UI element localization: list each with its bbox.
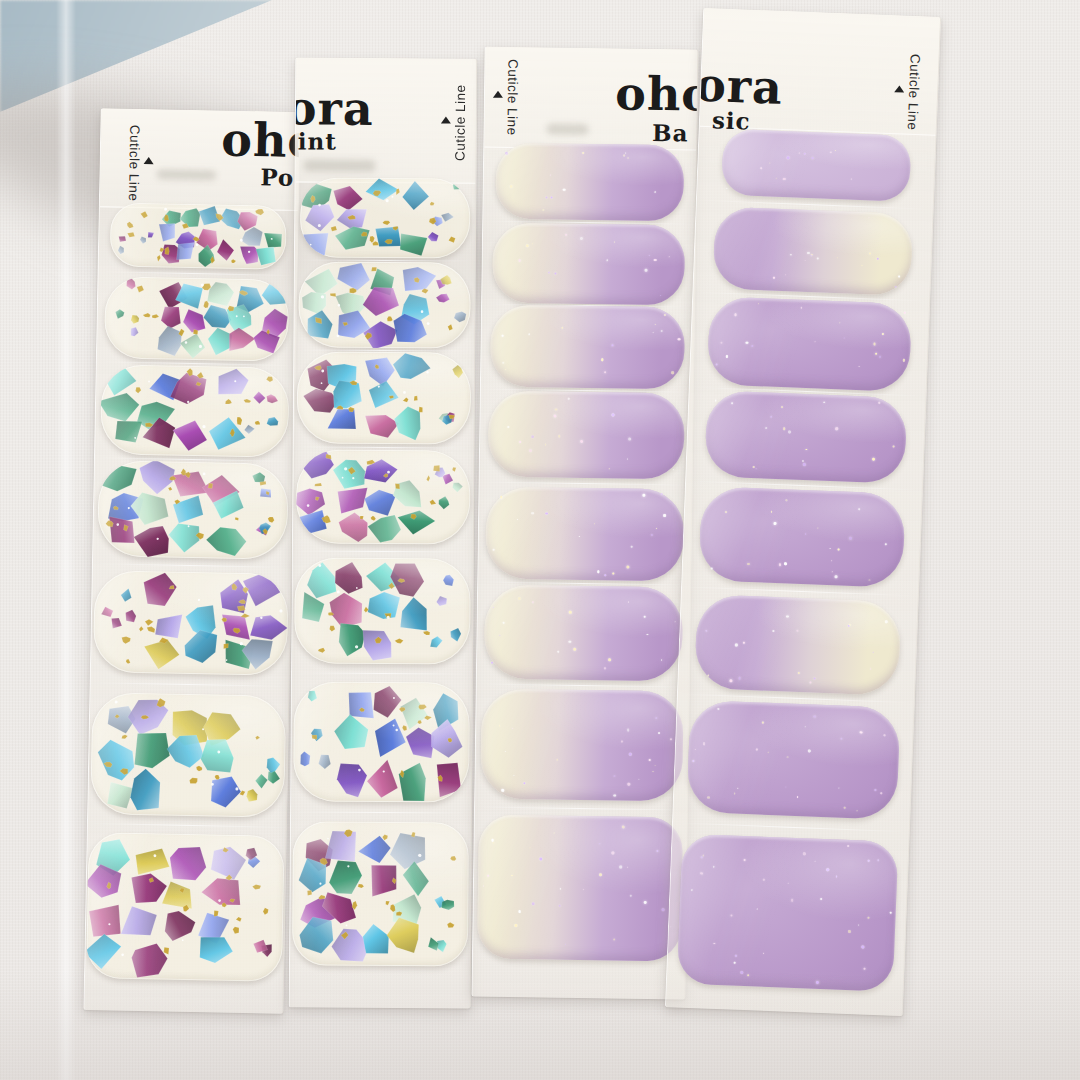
sticker-row [293, 449, 474, 544]
cuticle-line-label: Cuticle Line [905, 54, 923, 135]
cut-line [102, 271, 294, 276]
glitter-speck [836, 257, 838, 259]
glitter-speck [660, 295, 661, 296]
glitter-speck [872, 652, 874, 654]
mosaic-art [293, 681, 470, 802]
glitter-speck [824, 401, 825, 402]
glitter-speck [898, 275, 900, 277]
sticker-column [290, 177, 475, 966]
glitter-speck [540, 858, 543, 861]
sticker-row [480, 391, 693, 480]
glitter-speck [742, 641, 744, 643]
glitter-speck [518, 597, 521, 600]
glitter-speck [645, 269, 648, 272]
glitter-speck [651, 534, 653, 536]
glitter-speck [512, 728, 514, 730]
nail-sticker [104, 276, 290, 362]
glitter-speck [563, 189, 565, 191]
glitter-speck [904, 311, 906, 313]
sticker-gloss-highlight [694, 594, 901, 696]
nail-sticker [492, 223, 685, 306]
glitter-speck [870, 668, 872, 670]
glitter-speck [553, 833, 554, 834]
embossed-ghost-text [156, 169, 216, 180]
glitter-speck [492, 842, 494, 844]
glitter-speck [882, 333, 884, 335]
sticker-row [97, 276, 297, 362]
glitter-speck [607, 259, 609, 261]
glitter-speck [619, 866, 622, 869]
glitter-speck [662, 908, 665, 911]
nail-sticker [477, 815, 683, 962]
glitter-speck [797, 630, 799, 632]
sticker-row [294, 351, 475, 444]
glitter-speck [565, 234, 567, 236]
glitter-speck [787, 756, 788, 757]
glitter-speck [753, 466, 755, 468]
ohora-wordmark-fragment: oho [615, 70, 699, 117]
glitter-speck [561, 327, 562, 328]
cuticle-line-text: Cuticle Line [905, 54, 923, 131]
series-name-fragment: Po [260, 165, 294, 189]
glitter-speck [878, 402, 880, 404]
glitter-speck [594, 523, 595, 524]
glitter-speck [707, 797, 709, 799]
glitter-speck [545, 444, 546, 445]
glitter-speck [889, 912, 891, 914]
glitter-speck [716, 364, 718, 366]
nail-sticker [694, 594, 901, 696]
glitter-speck [621, 826, 624, 829]
glitter-speck [718, 707, 720, 709]
nail-strip-1: ohoPoCuticle Line [83, 108, 300, 1014]
glitter-speck [808, 750, 811, 753]
glitter-speck [725, 355, 728, 358]
nail-sticker [300, 177, 471, 258]
nail-sticker [293, 681, 470, 802]
glitter-speck [492, 839, 494, 841]
glitter-speck [531, 512, 534, 515]
nail-sticker [686, 700, 900, 820]
glitter-speck [551, 196, 553, 198]
glitter-speck [755, 468, 756, 469]
glitter-speck [700, 856, 703, 859]
glitter-speck [493, 607, 494, 608]
glitter-speck [557, 650, 559, 652]
glitter-speck [673, 469, 674, 470]
glitter-speck [613, 794, 616, 797]
glitter-speck [493, 549, 495, 551]
glitter-speck [895, 286, 897, 288]
glitter-speck [805, 726, 806, 727]
glitter-speck [815, 341, 816, 342]
glitter-speck [838, 548, 840, 550]
sticker-gloss-highlight [721, 129, 911, 202]
glitter-speck [817, 527, 818, 528]
glitter-speck [858, 508, 860, 510]
glitter-speck [627, 458, 628, 459]
mosaic-art [292, 821, 469, 966]
glitter-speck [529, 450, 532, 453]
cut-line [676, 822, 906, 832]
glitter-speck [835, 876, 837, 878]
glitter-speck [654, 323, 656, 325]
sticker-row [473, 814, 687, 961]
sticker-row [291, 681, 472, 802]
cut-line [685, 587, 915, 597]
glitter-speck [834, 149, 836, 151]
glitter-speck [652, 770, 653, 771]
glitter-speck [747, 563, 750, 566]
nail-sticker [485, 487, 684, 582]
glitter-speck [872, 458, 875, 461]
glitter-speck [573, 648, 576, 651]
nail-sticker [110, 202, 287, 269]
glitter-speck [500, 635, 501, 636]
glitter-speck [735, 644, 738, 647]
glitter-speck [656, 850, 658, 852]
glitter-speck [621, 740, 623, 742]
glitter-speck [713, 866, 715, 868]
sticker-row [478, 487, 691, 582]
glitter-speck [627, 866, 628, 867]
glitter-speck [773, 277, 775, 279]
glitter-speck [814, 860, 815, 861]
glitter-speck [738, 677, 741, 680]
glitter-speck [873, 343, 876, 346]
glitter-speck [810, 254, 812, 256]
glitter-speck [885, 620, 888, 623]
sticker-gloss-highlight [477, 815, 683, 962]
glitter-speck [856, 810, 857, 811]
sticker-gloss-highlight [686, 700, 900, 820]
sticker-gloss-highlight [707, 296, 912, 392]
glitter-speck [581, 440, 584, 443]
glitter-speck [874, 789, 877, 792]
glitter-speck [840, 737, 842, 739]
glitter-speck [627, 729, 629, 731]
sticker-row [482, 223, 695, 306]
glitter-speck [567, 397, 569, 399]
nail-sticker [90, 692, 286, 818]
sticker-row [483, 143, 696, 222]
glitter-speck [848, 930, 851, 933]
glitter-speck [630, 894, 632, 896]
glitter-speck [869, 579, 871, 581]
glitter-speck [545, 196, 547, 198]
glitter-speck [715, 399, 717, 401]
nail-strip-4: orasicCuticle Line [665, 8, 941, 1016]
glitter-speck [625, 152, 626, 153]
glitter-speck [763, 952, 764, 953]
nail-sticker [698, 486, 905, 588]
sticker-row [477, 585, 690, 682]
glitter-speck [514, 924, 517, 927]
glitter-speck [508, 425, 510, 427]
glitter-speck [654, 191, 655, 192]
glitter-speck [612, 414, 615, 417]
glitter-speck [653, 332, 654, 333]
glitter-speck [885, 543, 887, 545]
glitter-speck [531, 436, 534, 439]
glitter-speck [868, 859, 870, 861]
glitter-speck [797, 796, 799, 798]
photo-background: ohoPoCuticle LineoraintCuticle LineohoBa… [0, 0, 1080, 1080]
glitter-speck [609, 468, 610, 469]
glitter-speck [511, 875, 513, 877]
glitter-speck [658, 732, 660, 734]
nail-sticker [484, 585, 683, 682]
glitter-speck [806, 449, 807, 450]
nail-sticker [721, 129, 911, 202]
glitter-speck [892, 445, 895, 448]
glitter-speck [670, 738, 672, 740]
glitter-speck [757, 908, 758, 909]
embossed-ghost-text [304, 159, 376, 172]
glitter-speck [851, 178, 852, 179]
glitter-speck [849, 624, 851, 626]
glitter-speck [532, 903, 535, 906]
glitter-speck [655, 765, 656, 766]
glitter-speck [654, 259, 657, 262]
glitter-speck [798, 672, 800, 674]
glitter-speck [805, 533, 807, 535]
nail-sticker [292, 821, 469, 966]
glitter-speck [903, 359, 905, 361]
glitter-speck [770, 162, 771, 163]
glitter-speck [860, 731, 863, 734]
cut-line [96, 563, 288, 568]
nail-sticker [488, 391, 685, 480]
glitter-speck [646, 633, 648, 635]
bottom-shadow [0, 970, 1080, 1080]
glitter-speck [502, 622, 504, 624]
sticker-gloss-highlight [677, 834, 899, 992]
glitter-speck [801, 307, 803, 309]
sticker-gloss-highlight [698, 486, 905, 588]
glitter-speck [784, 562, 787, 565]
sticker-row [93, 460, 293, 560]
glitter-speck [580, 237, 583, 240]
glitter-speck [835, 428, 837, 430]
glitter-speck [611, 851, 614, 854]
glitter-speck [559, 888, 561, 890]
glitter-speck [790, 254, 792, 256]
glitter-speck [768, 751, 770, 753]
cuticle-arrow-icon [441, 117, 451, 124]
glitter-speck [554, 414, 557, 417]
glitter-speck [831, 571, 833, 573]
sticker-gloss-highlight [492, 223, 685, 306]
cuticle-arrow-icon [493, 91, 503, 98]
cut-line [294, 811, 468, 813]
glitter-speck [858, 366, 859, 367]
glitter-speck [830, 548, 831, 549]
sticker-gloss-highlight [495, 143, 684, 222]
glitter-speck [639, 779, 640, 780]
glitter-speck [735, 955, 737, 957]
sticker-row [686, 390, 925, 485]
cut-line [295, 672, 469, 674]
glitter-speck [663, 514, 666, 517]
glitter-speck [756, 749, 758, 751]
glitter-speck [599, 843, 601, 845]
mosaic-art [297, 351, 472, 444]
glitter-speck [599, 873, 602, 876]
glitter-speck [868, 217, 870, 219]
glitter-speck [483, 885, 484, 886]
glitter-speck [695, 749, 696, 750]
mosaic-art [110, 202, 287, 269]
glitter-speck [803, 852, 806, 855]
sticker-gloss-highlight [485, 487, 684, 582]
glitter-speck [569, 611, 571, 613]
sticker-row [85, 832, 286, 982]
glitter-speck [771, 511, 772, 512]
glitter-speck [582, 152, 584, 154]
mosaic-art [298, 261, 471, 348]
mosaic-art [294, 557, 471, 664]
glitter-speck [513, 775, 514, 776]
sticker-row [667, 833, 909, 992]
glitter-speck [779, 564, 781, 566]
glitter-speck [731, 915, 733, 917]
glitter-speck [720, 341, 722, 343]
glitter-speck [802, 459, 804, 461]
ohora-wordmark-fragment: oho [221, 116, 301, 164]
glitter-speck [785, 274, 786, 275]
glitter-speck [743, 859, 745, 861]
glitter-speck [783, 427, 785, 429]
glitter-speck [849, 537, 852, 540]
nail-sticker [296, 449, 471, 544]
glitter-speck [500, 496, 502, 498]
glitter-speck [758, 303, 760, 305]
glitter-speck [555, 409, 557, 411]
glitter-speck [655, 527, 657, 529]
glitter-speck [554, 272, 556, 274]
glitter-speck [804, 260, 805, 261]
glitter-speck [642, 494, 645, 497]
glitter-speck [649, 255, 650, 256]
glitter-speck [737, 787, 739, 789]
glitter-speck [663, 314, 666, 317]
glitter-speck [643, 616, 645, 618]
glitter-speck [843, 338, 844, 339]
glitter-speck [528, 334, 530, 336]
nail-sticker [97, 460, 289, 560]
glitter-speck [505, 751, 506, 752]
glitter-speck [630, 545, 632, 547]
mosaic-art [90, 692, 286, 818]
nail-sticker [100, 364, 290, 458]
glitter-speck [835, 575, 838, 578]
glitter-speck [550, 175, 551, 176]
sticker-row [475, 689, 689, 802]
sticker-column [85, 202, 298, 982]
glitter-speck [529, 847, 530, 848]
embossed-ghost-text [546, 123, 588, 135]
glitter-speck [624, 155, 626, 157]
cut-line [478, 807, 684, 811]
sticker-gloss-highlight [490, 305, 685, 390]
sticker-row [694, 206, 933, 297]
series-name-fragment: int [298, 129, 337, 152]
glitter-speck [875, 353, 877, 355]
glitter-speck [519, 441, 521, 443]
glitter-speck [579, 536, 580, 537]
glitter-speck [691, 889, 693, 891]
glitter-speck [502, 361, 505, 364]
glitter-speck [751, 345, 753, 347]
glitter-speck [604, 667, 606, 669]
glitter-speck [729, 679, 732, 682]
sticker-column [667, 122, 936, 992]
glitter-speck [502, 335, 504, 337]
glitter-speck [604, 372, 606, 374]
glitter-speck [783, 178, 785, 180]
glitter-speck [505, 369, 506, 370]
sticker-row [697, 128, 935, 203]
mosaic-art [93, 570, 289, 676]
sticker-row [690, 296, 929, 393]
glitter-speck [714, 943, 715, 944]
glitter-speck [678, 338, 681, 341]
glitter-speck [703, 743, 705, 745]
glitter-speck [612, 573, 614, 575]
glitter-speck [848, 625, 850, 627]
glitter-speck [788, 882, 789, 883]
glitter-speck [726, 188, 727, 189]
glitter-speck [816, 257, 818, 259]
glitter-speck [501, 789, 504, 792]
glitter-speck [523, 783, 525, 785]
glitter-speck [532, 243, 533, 244]
glitter-speck [661, 493, 662, 494]
glitter-speck [839, 787, 840, 788]
glitter-speck [811, 254, 813, 256]
glitter-speck [628, 601, 629, 602]
sticker-gloss-highlight [480, 689, 684, 802]
glitter-speck [675, 154, 678, 157]
glitter-speck [731, 403, 733, 405]
sticker-row [290, 821, 471, 966]
glitter-speck [799, 152, 800, 153]
nail-sticker [677, 834, 899, 992]
glitter-speck [785, 787, 786, 788]
glitter-speck [644, 901, 647, 904]
sticker-row [294, 261, 475, 348]
glitter-speck [763, 879, 765, 881]
glitter-speck [627, 157, 629, 159]
nail-sticker [495, 143, 684, 222]
nail-sticker [707, 296, 912, 392]
glitter-speck [820, 897, 822, 899]
mosaic-art [97, 460, 289, 560]
nail-sticker [490, 305, 685, 390]
glitter-speck [791, 899, 794, 902]
nail-sticker [294, 557, 471, 664]
glitter-speck [776, 177, 777, 178]
glitter-speck [707, 675, 709, 677]
glitter-speck [711, 568, 713, 570]
glitter-speck [532, 601, 534, 603]
glitter-speck [847, 845, 849, 847]
glitter-speck [765, 427, 767, 429]
glitter-speck [762, 722, 764, 724]
nail-strip-2: oraintCuticle Line [289, 57, 478, 1008]
glitter-speck [614, 775, 615, 776]
